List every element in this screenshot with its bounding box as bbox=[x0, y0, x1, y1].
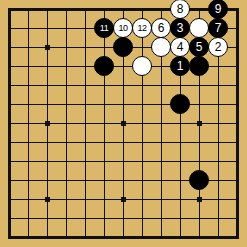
move-number: 9 bbox=[215, 3, 222, 15]
black-stone bbox=[189, 170, 209, 190]
star-point bbox=[197, 121, 202, 126]
black-stone-move-5: 5 bbox=[189, 37, 209, 57]
star-point bbox=[45, 197, 50, 202]
move-number: 3 bbox=[177, 22, 184, 34]
star-point bbox=[121, 197, 126, 202]
white-stone bbox=[151, 37, 171, 57]
white-stone-move-8: 8 bbox=[170, 0, 190, 19]
star-point bbox=[45, 45, 50, 50]
black-stone-move-7: 7 bbox=[208, 18, 228, 38]
move-number: 8 bbox=[177, 3, 184, 15]
grid-line-horizontal bbox=[9, 142, 237, 143]
move-number: 4 bbox=[177, 41, 184, 53]
white-stone-move-2: 2 bbox=[208, 37, 228, 57]
black-stone-move-1: 1 bbox=[170, 56, 190, 76]
black-stone bbox=[113, 37, 133, 57]
black-stone bbox=[170, 94, 190, 114]
move-number: 7 bbox=[215, 22, 222, 34]
move-number: 10 bbox=[118, 24, 127, 33]
white-stone-move-4: 4 bbox=[170, 37, 190, 57]
black-stone bbox=[189, 56, 209, 76]
black-stone-move-9: 9 bbox=[208, 0, 228, 19]
white-stone bbox=[132, 56, 152, 76]
star-point bbox=[197, 197, 202, 202]
move-number: 2 bbox=[215, 41, 222, 53]
black-stone bbox=[94, 56, 114, 76]
move-number: 6 bbox=[158, 22, 165, 34]
move-number: 11 bbox=[100, 24, 108, 33]
white-stone-move-12: 12 bbox=[132, 18, 152, 38]
black-stone-move-11: 11 bbox=[94, 18, 114, 38]
white-stone bbox=[189, 18, 209, 38]
move-number: 1 bbox=[177, 60, 184, 72]
move-number: 12 bbox=[137, 24, 146, 33]
white-stone-move-6: 6 bbox=[151, 18, 171, 38]
grid-line-vertical bbox=[142, 9, 143, 237]
black-stone-move-3: 3 bbox=[170, 18, 190, 38]
grid-line-horizontal bbox=[9, 161, 237, 162]
star-point bbox=[45, 121, 50, 126]
move-number: 5 bbox=[196, 41, 203, 53]
star-point bbox=[121, 121, 126, 126]
white-stone-move-10: 10 bbox=[113, 18, 133, 38]
grid-line-horizontal bbox=[9, 218, 237, 219]
go-board-diagram: 891110126374521 bbox=[0, 0, 247, 247]
